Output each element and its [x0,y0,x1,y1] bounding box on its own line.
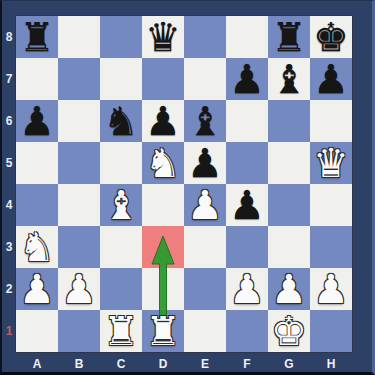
piece-black-pawn[interactable]: ♟ [229,58,265,100]
square-h5[interactable]: ♛ [310,142,352,184]
square-d2[interactable] [142,268,184,310]
rank-label-6: 6 [2,114,16,128]
square-f6[interactable] [226,100,268,142]
square-g6[interactable] [268,100,310,142]
square-c1[interactable]: ♜ [100,310,142,352]
square-g8[interactable]: ♜ [268,16,310,58]
rank-label-7: 7 [2,72,16,86]
piece-black-pawn[interactable]: ♟ [313,58,349,100]
square-a5[interactable] [16,142,58,184]
square-d1[interactable]: ♜ [142,310,184,352]
square-e2[interactable] [184,268,226,310]
piece-white-pawn[interactable]: ♟ [61,268,97,310]
square-e8[interactable] [184,16,226,58]
piece-white-rook[interactable]: ♜ [103,310,139,352]
square-a1[interactable] [16,310,58,352]
square-b3[interactable] [58,226,100,268]
square-b1[interactable] [58,310,100,352]
square-d7[interactable] [142,58,184,100]
square-f4[interactable]: ♟ [226,184,268,226]
square-h8[interactable]: ♚ [310,16,352,58]
square-b5[interactable] [58,142,100,184]
square-h6[interactable] [310,100,352,142]
rank-label-4: 4 [2,198,16,212]
rank-label-2: 2 [2,282,16,296]
square-c7[interactable] [100,58,142,100]
piece-white-knight[interactable]: ♞ [19,226,55,268]
piece-white-pawn[interactable]: ♟ [313,268,349,310]
square-f8[interactable] [226,16,268,58]
file-label-e: E [184,355,226,373]
piece-white-pawn[interactable]: ♟ [187,184,223,226]
piece-black-bishop[interactable]: ♝ [271,58,307,100]
piece-white-pawn[interactable]: ♟ [271,268,307,310]
piece-white-rook[interactable]: ♜ [145,310,181,352]
square-g2[interactable]: ♟ [268,268,310,310]
square-d4[interactable] [142,184,184,226]
square-e5[interactable]: ♟ [184,142,226,184]
file-label-f: F [226,355,268,373]
square-f2[interactable]: ♟ [226,268,268,310]
file-label-g: G [268,355,310,373]
square-g1[interactable]: ♚ [268,310,310,352]
piece-black-queen[interactable]: ♛ [145,16,181,58]
square-c2[interactable] [100,268,142,310]
piece-black-pawn[interactable]: ♟ [229,184,265,226]
rank-label-1: 1 [2,324,16,338]
piece-black-rook[interactable]: ♜ [19,16,55,58]
piece-black-pawn[interactable]: ♟ [19,100,55,142]
square-e7[interactable] [184,58,226,100]
square-h1[interactable] [310,310,352,352]
piece-white-bishop[interactable]: ♝ [103,184,139,226]
square-h2[interactable]: ♟ [310,268,352,310]
square-b2[interactable]: ♟ [58,268,100,310]
piece-white-pawn[interactable]: ♟ [19,268,55,310]
square-b4[interactable] [58,184,100,226]
square-e1[interactable] [184,310,226,352]
square-b7[interactable] [58,58,100,100]
piece-white-pawn[interactable]: ♟ [229,268,265,310]
rank-label-5: 5 [2,156,16,170]
square-f3[interactable] [226,226,268,268]
file-label-d: D [142,355,184,373]
square-a8[interactable]: ♜ [16,16,58,58]
square-g5[interactable] [268,142,310,184]
square-c6[interactable]: ♞ [100,100,142,142]
square-d5[interactable]: ♞ [142,142,184,184]
piece-black-pawn[interactable]: ♟ [187,142,223,184]
board-frame: ♜♛♜♚♟♝♟♟♞♟♝♞♟♛♝♟♟♞♟♟♟♟♟♜♜♚ 87654321 ABCD… [0,0,375,375]
rank-label-8: 8 [2,30,16,44]
square-h7[interactable]: ♟ [310,58,352,100]
square-g4[interactable] [268,184,310,226]
square-c4[interactable]: ♝ [100,184,142,226]
rank-label-3: 3 [2,240,16,254]
square-h4[interactable] [310,184,352,226]
square-f5[interactable] [226,142,268,184]
square-e3[interactable] [184,226,226,268]
file-label-h: H [310,355,352,373]
file-label-b: B [58,355,100,373]
square-g3[interactable] [268,226,310,268]
piece-black-bishop[interactable]: ♝ [187,100,223,142]
square-c5[interactable] [100,142,142,184]
file-label-a: A [16,355,58,373]
square-a3[interactable]: ♞ [16,226,58,268]
piece-black-knight[interactable]: ♞ [103,100,139,142]
piece-white-queen[interactable]: ♛ [313,142,349,184]
piece-black-pawn[interactable]: ♟ [145,100,181,142]
piece-black-king[interactable]: ♚ [313,16,349,58]
square-e4[interactable]: ♟ [184,184,226,226]
chess-board: ♜♛♜♚♟♝♟♟♞♟♝♞♟♛♝♟♟♞♟♟♟♟♟♜♜♚ [16,16,352,352]
piece-white-knight[interactable]: ♞ [145,142,181,184]
square-b6[interactable] [58,100,100,142]
piece-black-rook[interactable]: ♜ [271,16,307,58]
square-a4[interactable] [16,184,58,226]
square-b8[interactable] [58,16,100,58]
square-g7[interactable]: ♝ [268,58,310,100]
square-a6[interactable]: ♟ [16,100,58,142]
square-d3[interactable] [142,226,184,268]
square-c3[interactable] [100,226,142,268]
piece-white-king[interactable]: ♚ [271,310,307,352]
square-f7[interactable]: ♟ [226,58,268,100]
square-f1[interactable] [226,310,268,352]
square-h3[interactable] [310,226,352,268]
square-a2[interactable]: ♟ [16,268,58,310]
square-a7[interactable] [16,58,58,100]
square-d8[interactable]: ♛ [142,16,184,58]
file-label-c: C [100,355,142,373]
square-c8[interactable] [100,16,142,58]
square-d6[interactable]: ♟ [142,100,184,142]
square-e6[interactable]: ♝ [184,100,226,142]
